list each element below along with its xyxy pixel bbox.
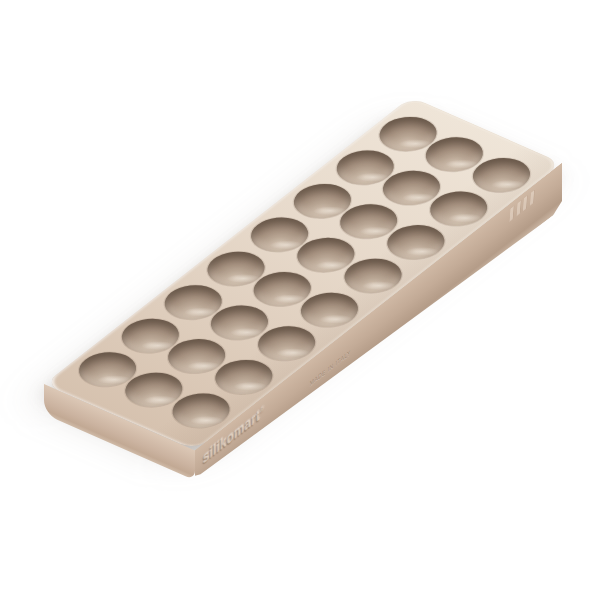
registered-mark: ®: [260, 404, 264, 414]
product-photo-scene: silikomart® MADE IN ITALY: [0, 0, 600, 600]
